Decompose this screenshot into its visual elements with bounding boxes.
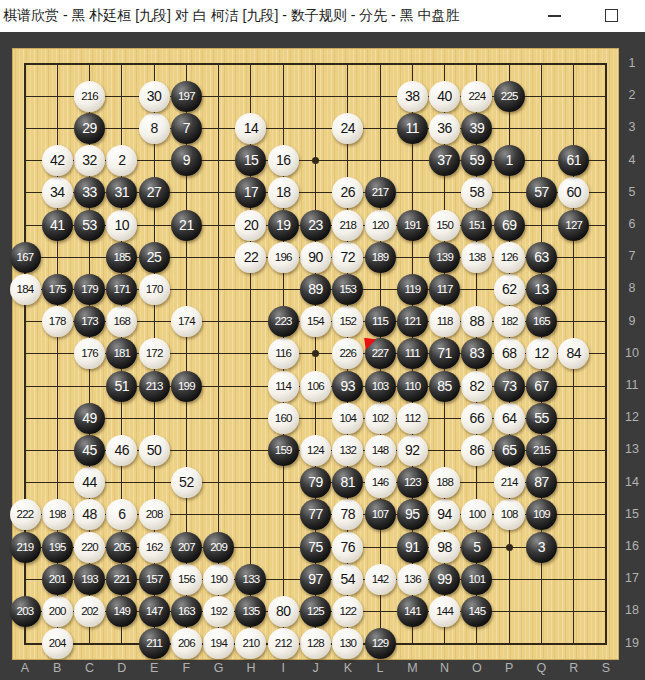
stone-O2: 224 bbox=[461, 81, 492, 112]
go-board[interactable]: 1235678910111213141516171819202122232425… bbox=[12, 48, 619, 660]
stone-A7: 167 bbox=[10, 242, 41, 273]
stone-H5: 17 bbox=[235, 177, 266, 208]
stone-E5: 27 bbox=[139, 177, 170, 208]
stone-H18: 135 bbox=[235, 596, 266, 627]
stone-L9: 115 bbox=[365, 306, 396, 337]
column-label-J: J bbox=[305, 661, 327, 675]
stone-F9: 174 bbox=[171, 306, 202, 337]
stone-G18: 192 bbox=[203, 596, 234, 627]
stone-C8: 179 bbox=[74, 274, 105, 305]
row-label-14: 14 bbox=[620, 474, 644, 490]
stone-F2: 197 bbox=[171, 81, 202, 112]
row-label-12: 12 bbox=[620, 409, 644, 425]
stone-L13: 148 bbox=[365, 435, 396, 466]
stone-D7: 185 bbox=[106, 242, 137, 273]
stone-R4: 61 bbox=[558, 145, 589, 176]
stone-N2: 40 bbox=[429, 81, 460, 112]
row-label-16: 16 bbox=[620, 538, 644, 554]
stone-O13: 86 bbox=[461, 435, 492, 466]
stone-E16: 162 bbox=[139, 532, 170, 563]
stone-Q7: 63 bbox=[526, 242, 557, 273]
stone-I10: 116 bbox=[268, 338, 299, 369]
stone-L11: 103 bbox=[365, 371, 396, 402]
stone-K12: 104 bbox=[332, 403, 363, 434]
stone-J18: 125 bbox=[300, 596, 331, 627]
stone-G19: 194 bbox=[203, 628, 234, 659]
stone-P9: 182 bbox=[494, 306, 525, 337]
stone-O7: 138 bbox=[461, 242, 492, 273]
stone-I5: 18 bbox=[268, 177, 299, 208]
stone-O5: 58 bbox=[461, 177, 492, 208]
stone-K8: 153 bbox=[332, 274, 363, 305]
stone-O11: 82 bbox=[461, 371, 492, 402]
stone-M15: 95 bbox=[397, 499, 428, 530]
stone-E3: 8 bbox=[139, 113, 170, 144]
stone-O16: 5 bbox=[461, 532, 492, 563]
stone-P4: 1 bbox=[494, 145, 525, 176]
stone-N17: 99 bbox=[429, 564, 460, 595]
stone-Q16: 3 bbox=[526, 532, 557, 563]
stone-M3: 11 bbox=[397, 113, 428, 144]
stone-I9: 223 bbox=[268, 306, 299, 337]
stone-J6: 23 bbox=[300, 210, 331, 241]
row-label-9: 9 bbox=[620, 313, 644, 329]
stone-L15: 107 bbox=[365, 499, 396, 530]
stone-O9: 88 bbox=[461, 306, 492, 337]
row-label-3: 3 bbox=[620, 119, 644, 135]
column-label-O: O bbox=[466, 661, 488, 675]
stone-E2: 30 bbox=[139, 81, 170, 112]
column-label-F: F bbox=[175, 661, 197, 675]
stone-D4: 2 bbox=[106, 145, 137, 176]
stone-A8: 184 bbox=[10, 274, 41, 305]
stone-F19: 206 bbox=[171, 628, 202, 659]
stone-C10: 176 bbox=[74, 338, 105, 369]
stone-J7: 90 bbox=[300, 242, 331, 273]
row-label-15: 15 bbox=[620, 506, 644, 522]
stone-Q9: 165 bbox=[526, 306, 557, 337]
stone-K19: 130 bbox=[332, 628, 363, 659]
stone-F4: 9 bbox=[171, 145, 202, 176]
stone-J13: 124 bbox=[300, 435, 331, 466]
stone-M6: 191 bbox=[397, 210, 428, 241]
row-label-11: 11 bbox=[620, 377, 644, 393]
stone-G16: 209 bbox=[203, 532, 234, 563]
stone-C3: 29 bbox=[74, 113, 105, 144]
stone-B6: 41 bbox=[42, 210, 73, 241]
stone-B19: 204 bbox=[42, 628, 73, 659]
stone-A18: 203 bbox=[10, 596, 41, 627]
stone-D15: 6 bbox=[106, 499, 137, 530]
column-label-C: C bbox=[79, 661, 101, 675]
column-label-B: B bbox=[46, 661, 68, 675]
stone-D16: 205 bbox=[106, 532, 137, 563]
stone-O15: 100 bbox=[461, 499, 492, 530]
column-label-S: S bbox=[595, 661, 617, 675]
stone-N16: 98 bbox=[429, 532, 460, 563]
stone-L19: 129 bbox=[365, 628, 396, 659]
row-label-17: 17 bbox=[620, 570, 644, 586]
stone-I18: 80 bbox=[268, 596, 299, 627]
stone-N7: 139 bbox=[429, 242, 460, 273]
stone-O12: 66 bbox=[461, 403, 492, 434]
stone-K10: 226 bbox=[332, 338, 363, 369]
stone-D17: 221 bbox=[106, 564, 137, 595]
stone-E7: 25 bbox=[139, 242, 170, 273]
stone-D11: 51 bbox=[106, 371, 137, 402]
row-label-2: 2 bbox=[620, 87, 644, 103]
stone-B15: 198 bbox=[42, 499, 73, 530]
stone-F14: 52 bbox=[171, 467, 202, 498]
stone-O18: 145 bbox=[461, 596, 492, 627]
stone-E11: 213 bbox=[139, 371, 170, 402]
stone-L6: 120 bbox=[365, 210, 396, 241]
stone-K15: 78 bbox=[332, 499, 363, 530]
stone-H19: 210 bbox=[235, 628, 266, 659]
stone-Q13: 215 bbox=[526, 435, 557, 466]
stone-N8: 117 bbox=[429, 274, 460, 305]
stone-K13: 132 bbox=[332, 435, 363, 466]
stone-D18: 149 bbox=[106, 596, 137, 627]
stone-E15: 208 bbox=[139, 499, 170, 530]
stone-O6: 151 bbox=[461, 210, 492, 241]
stone-D8: 171 bbox=[106, 274, 137, 305]
row-label-4: 4 bbox=[620, 152, 644, 168]
stone-E10: 172 bbox=[139, 338, 170, 369]
stone-F11: 199 bbox=[171, 371, 202, 402]
stone-E18: 147 bbox=[139, 596, 170, 627]
star-point bbox=[312, 157, 319, 164]
stone-E19: 211 bbox=[139, 628, 170, 659]
stone-C12: 49 bbox=[74, 403, 105, 434]
stone-K5: 26 bbox=[332, 177, 363, 208]
stone-O10: 83 bbox=[461, 338, 492, 369]
row-label-19: 19 bbox=[620, 635, 644, 651]
stone-I6: 19 bbox=[268, 210, 299, 241]
star-point bbox=[312, 350, 319, 357]
stone-J17: 97 bbox=[300, 564, 331, 595]
stone-K18: 122 bbox=[332, 596, 363, 627]
stone-N18: 144 bbox=[429, 596, 460, 627]
stone-M10: 111 bbox=[397, 338, 428, 369]
stone-H7: 22 bbox=[235, 242, 266, 273]
title-bar: 棋谱欣赏 - 黑 朴廷桓 [九段] 对 白 柯洁 [九段] - 数子规则 - 分… bbox=[0, 0, 645, 32]
stone-B16: 195 bbox=[42, 532, 73, 563]
row-label-8: 8 bbox=[620, 280, 644, 296]
stone-N15: 94 bbox=[429, 499, 460, 530]
row-label-7: 7 bbox=[620, 248, 644, 264]
stone-C5: 33 bbox=[74, 177, 105, 208]
window-title: 棋谱欣赏 - 黑 朴廷桓 [九段] 对 白 柯洁 [九段] - 数子规则 - 分… bbox=[3, 0, 460, 32]
stone-Q15: 109 bbox=[526, 499, 557, 530]
stone-C6: 53 bbox=[74, 210, 105, 241]
stone-A16: 219 bbox=[10, 532, 41, 563]
star-point bbox=[506, 544, 513, 551]
stone-M16: 91 bbox=[397, 532, 428, 563]
stone-M14: 123 bbox=[397, 467, 428, 498]
stone-E13: 50 bbox=[139, 435, 170, 466]
stone-N4: 37 bbox=[429, 145, 460, 176]
stone-Q10: 12 bbox=[526, 338, 557, 369]
stone-R6: 127 bbox=[558, 210, 589, 241]
stone-M12: 112 bbox=[397, 403, 428, 434]
stone-P11: 73 bbox=[494, 371, 525, 402]
stone-M11: 110 bbox=[397, 371, 428, 402]
stone-B8: 175 bbox=[42, 274, 73, 305]
minimize-button[interactable] bbox=[538, 0, 572, 32]
stone-L5: 217 bbox=[365, 177, 396, 208]
row-label-6: 6 bbox=[620, 216, 644, 232]
stone-P10: 68 bbox=[494, 338, 525, 369]
stone-L17: 142 bbox=[365, 564, 396, 595]
stone-F18: 163 bbox=[171, 596, 202, 627]
stone-C4: 32 bbox=[74, 145, 105, 176]
stone-J19: 128 bbox=[300, 628, 331, 659]
stone-O4: 59 bbox=[461, 145, 492, 176]
stone-O17: 101 bbox=[461, 564, 492, 595]
stone-H6: 20 bbox=[235, 210, 266, 241]
column-label-M: M bbox=[401, 661, 423, 675]
stone-N11: 85 bbox=[429, 371, 460, 402]
stone-E8: 170 bbox=[139, 274, 170, 305]
column-label-I: I bbox=[272, 661, 294, 675]
stone-D5: 31 bbox=[106, 177, 137, 208]
row-label-10: 10 bbox=[620, 345, 644, 361]
stone-O3: 39 bbox=[461, 113, 492, 144]
stone-C17: 193 bbox=[74, 564, 105, 595]
stone-G17: 190 bbox=[203, 564, 234, 595]
stone-K6: 218 bbox=[332, 210, 363, 241]
row-label-1: 1 bbox=[620, 55, 644, 71]
stone-K17: 54 bbox=[332, 564, 363, 595]
stone-F17: 156 bbox=[171, 564, 202, 595]
stone-I7: 196 bbox=[268, 242, 299, 273]
stone-P15: 108 bbox=[494, 499, 525, 530]
stone-D13: 46 bbox=[106, 435, 137, 466]
stone-M17: 136 bbox=[397, 564, 428, 595]
stone-F3: 7 bbox=[171, 113, 202, 144]
column-label-E: E bbox=[143, 661, 165, 675]
stone-D9: 168 bbox=[106, 306, 137, 337]
stone-P6: 69 bbox=[494, 210, 525, 241]
stone-L7: 189 bbox=[365, 242, 396, 273]
stone-P12: 64 bbox=[494, 403, 525, 434]
stone-I13: 159 bbox=[268, 435, 299, 466]
stone-R5: 60 bbox=[558, 177, 589, 208]
stone-D6: 10 bbox=[106, 210, 137, 241]
stone-Q12: 55 bbox=[526, 403, 557, 434]
stone-K7: 72 bbox=[332, 242, 363, 273]
stone-N6: 150 bbox=[429, 210, 460, 241]
stone-Q11: 67 bbox=[526, 371, 557, 402]
stone-Q14: 87 bbox=[526, 467, 557, 498]
stone-J11: 106 bbox=[300, 371, 331, 402]
stone-H17: 133 bbox=[235, 564, 266, 595]
minimize-icon bbox=[548, 15, 561, 17]
stone-M9: 121 bbox=[397, 306, 428, 337]
stone-N10: 71 bbox=[429, 338, 460, 369]
stone-I19: 212 bbox=[268, 628, 299, 659]
stone-J15: 77 bbox=[300, 499, 331, 530]
stone-J16: 75 bbox=[300, 532, 331, 563]
stone-L14: 146 bbox=[365, 467, 396, 498]
maximize-button[interactable] bbox=[595, 0, 629, 32]
stone-B18: 200 bbox=[42, 596, 73, 627]
stone-N3: 36 bbox=[429, 113, 460, 144]
stone-B17: 201 bbox=[42, 564, 73, 595]
column-label-A: A bbox=[14, 661, 36, 675]
stone-H4: 15 bbox=[235, 145, 266, 176]
stone-Q5: 57 bbox=[526, 177, 557, 208]
stone-M13: 92 bbox=[397, 435, 428, 466]
column-label-D: D bbox=[111, 661, 133, 675]
column-label-L: L bbox=[369, 661, 391, 675]
column-label-Q: Q bbox=[530, 661, 552, 675]
stone-C14: 44 bbox=[74, 467, 105, 498]
stone-N9: 118 bbox=[429, 306, 460, 337]
stone-P14: 214 bbox=[494, 467, 525, 498]
stone-E17: 157 bbox=[139, 564, 170, 595]
stone-C13: 45 bbox=[74, 435, 105, 466]
stone-M18: 141 bbox=[397, 596, 428, 627]
stone-I12: 160 bbox=[268, 403, 299, 434]
stone-C9: 173 bbox=[74, 306, 105, 337]
stone-J9: 154 bbox=[300, 306, 331, 337]
row-label-13: 13 bbox=[620, 441, 644, 457]
stone-P13: 65 bbox=[494, 435, 525, 466]
grid-line bbox=[605, 63, 607, 645]
stone-K16: 76 bbox=[332, 532, 363, 563]
stone-L12: 102 bbox=[365, 403, 396, 434]
stone-B9: 178 bbox=[42, 306, 73, 337]
stone-Q8: 13 bbox=[526, 274, 557, 305]
stone-B4: 42 bbox=[42, 145, 73, 176]
stone-F16: 207 bbox=[171, 532, 202, 563]
stone-M8: 119 bbox=[397, 274, 428, 305]
column-label-H: H bbox=[240, 661, 262, 675]
maximize-icon bbox=[605, 9, 618, 22]
stone-P8: 62 bbox=[494, 274, 525, 305]
stone-P7: 126 bbox=[494, 242, 525, 273]
column-label-R: R bbox=[563, 661, 585, 675]
stone-I4: 16 bbox=[268, 145, 299, 176]
stone-K14: 81 bbox=[332, 467, 363, 498]
column-label-K: K bbox=[337, 661, 359, 675]
stone-K3: 24 bbox=[332, 113, 363, 144]
stone-R10: 84 bbox=[558, 338, 589, 369]
row-label-5: 5 bbox=[620, 184, 644, 200]
stone-P2: 225 bbox=[494, 81, 525, 112]
stone-F6: 21 bbox=[171, 210, 202, 241]
stone-C18: 202 bbox=[74, 596, 105, 627]
stone-B5: 34 bbox=[42, 177, 73, 208]
row-label-18: 18 bbox=[620, 602, 644, 618]
stone-C2: 216 bbox=[74, 81, 105, 112]
kifu-viewer-window: 棋谱欣赏 - 黑 朴廷桓 [九段] 对 白 柯洁 [九段] - 数子规则 - 分… bbox=[0, 0, 645, 680]
stone-I11: 114 bbox=[268, 371, 299, 402]
stone-K9: 152 bbox=[332, 306, 363, 337]
stone-H3: 14 bbox=[235, 113, 266, 144]
stone-A15: 222 bbox=[10, 499, 41, 530]
stone-C16: 220 bbox=[74, 532, 105, 563]
stone-J14: 79 bbox=[300, 467, 331, 498]
stone-K11: 93 bbox=[332, 371, 363, 402]
stone-D10: 181 bbox=[106, 338, 137, 369]
column-label-N: N bbox=[434, 661, 456, 675]
stone-N14: 188 bbox=[429, 467, 460, 498]
column-label-P: P bbox=[498, 661, 520, 675]
stone-C15: 48 bbox=[74, 499, 105, 530]
stone-J8: 89 bbox=[300, 274, 331, 305]
column-label-G: G bbox=[208, 661, 230, 675]
stone-M2: 38 bbox=[397, 81, 428, 112]
